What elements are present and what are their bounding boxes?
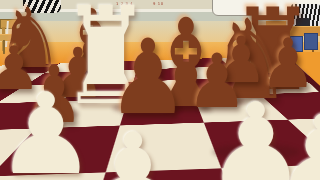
white-pawn[interactable]: ♟ <box>75 118 191 180</box>
white-pawn[interactable]: ♟ <box>267 100 320 180</box>
chess-3d-scene: 1 2 3 4 9 10 ♝♞♟♟♟♜♟♝♟♞♟♜♟♟♟♟♟ <box>0 0 320 180</box>
